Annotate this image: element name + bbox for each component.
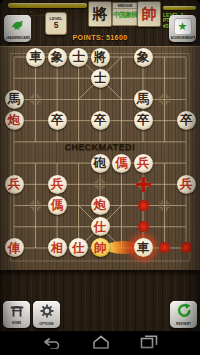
title-sign: MEDIUM 中国象棋 [112,2,138,26]
piece-black-卒-c3[interactable]: 卒 [48,111,67,130]
piece-red-相-c9[interactable]: 相 [48,238,67,257]
piece-black-馬-a2[interactable]: 馬 [5,90,24,109]
app-logo-text: 中国象棋 [113,9,137,22]
piece-black-象-c0[interactable]: 象 [48,48,67,67]
piece-red-傌-f5[interactable]: 傌 [112,154,131,173]
piece-red-兵-c6[interactable]: 兵 [48,175,67,194]
move-marker-cross [136,177,151,192]
computer-progress-bar [8,3,87,8]
piece-black-卒-e3[interactable]: 卒 [91,111,110,130]
dove-icon [10,18,25,35]
home-icon [91,335,111,352]
options-button[interactable]: OPTIONS [33,301,60,328]
piece-red-傌-c7[interactable]: 傌 [48,196,67,215]
restart-button[interactable]: RESTART [170,301,197,328]
piece-red-炮-e7[interactable]: 炮 [91,196,110,215]
computer-level-badge: LEVEL 5 [45,12,67,35]
piece-red-兵-a6[interactable]: 兵 [5,175,24,194]
torii-icon [10,305,24,320]
checkmated-banner: CHECKMATED! [0,142,200,152]
piece-red-兵-i6[interactable]: 兵 [177,175,196,194]
piece-black-車-b0[interactable]: 車 [26,48,45,67]
piece-black-卒-g3[interactable]: 卒 [134,111,153,130]
app-screen: COMPUTER 將 MEDIUM 中国象棋 帥 YOU LEVEL 3 PTS… [0,0,200,355]
android-home-button[interactable] [91,335,111,352]
piece-black-士-e1[interactable]: 士 [91,69,110,88]
piece-red-帥-e9[interactable]: 帥 [91,238,110,257]
xiangqi-board[interactable]: 車象士將象士馬馬炮卒卒卒卒砲傌兵兵兵兵傌炮仕俥相仕帥車CHECKMATED! [0,46,200,270]
piece-black-將-e0[interactable]: 將 [91,48,110,67]
piece-red-仕-e8[interactable]: 仕 [91,217,110,236]
move-marker-dot [138,221,149,232]
piece-red-俥-a9[interactable]: 俥 [5,238,24,257]
move-marker-dot [138,200,149,211]
points-display: POINTS: 51600 [0,34,200,41]
piece-red-炮-a3[interactable]: 炮 [5,111,24,130]
computer-general-tile: 將 [88,1,112,27]
star-icon: ★ [174,18,192,35]
piece-black-士-d0[interactable]: 士 [69,48,88,67]
piece-black-砲-e5[interactable]: 砲 [91,154,110,173]
piece-red-兵-g5[interactable]: 兵 [134,154,153,173]
gear-icon [40,304,54,321]
home-button-label: HOME [12,321,22,325]
you-general-tile: 帥 [137,1,161,27]
android-back-button[interactable] [42,335,62,352]
piece-black-車-g9[interactable]: 車 [134,238,153,257]
android-navbar [0,331,200,355]
home-button[interactable]: HOME [3,301,30,328]
piece-black-馬-g2[interactable]: 馬 [134,90,153,109]
android-recents-button[interactable] [140,335,158,352]
restart-arrow-icon [176,303,191,321]
level-badge-value: 5 [46,21,66,30]
back-icon [42,335,62,352]
you-progress-bar [163,6,196,10]
move-marker-dot [181,242,192,253]
restart-button-label: RESTART [176,322,191,326]
options-button-label: OPTIONS [39,322,53,326]
piece-black-卒-i3[interactable]: 卒 [177,111,196,130]
piece-black-象-g0[interactable]: 象 [134,48,153,67]
recents-icon [140,335,158,352]
